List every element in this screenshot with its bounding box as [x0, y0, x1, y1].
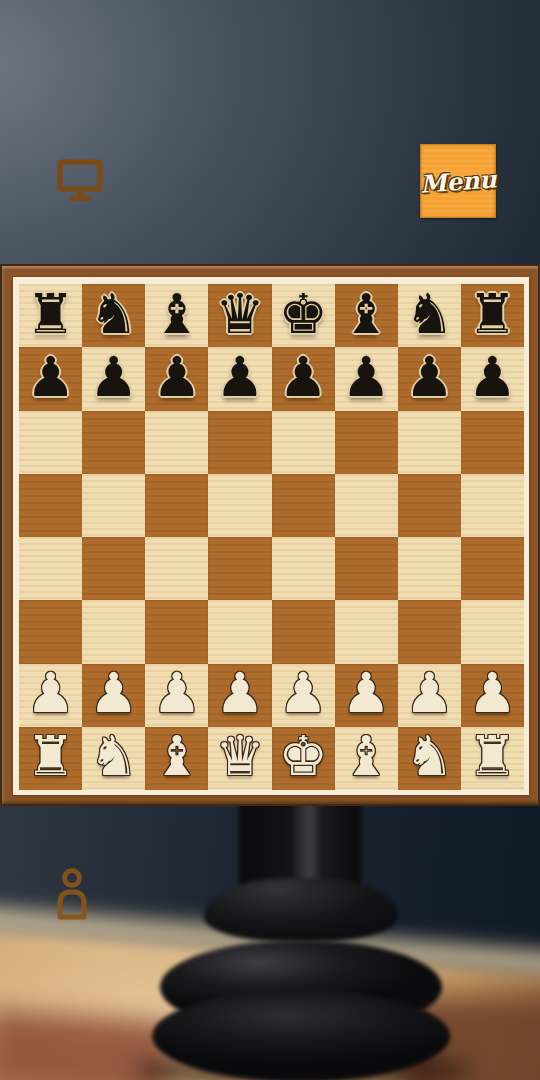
square-d5[interactable] [208, 474, 271, 537]
piece-white-king: ♚ [278, 729, 327, 787]
background-photo [0, 806, 540, 1080]
square-g8[interactable]: ♞ [398, 284, 461, 347]
background-chess-piece-collar [204, 878, 398, 942]
square-b3[interactable] [82, 600, 145, 663]
square-b5[interactable] [82, 474, 145, 537]
square-d1[interactable]: ♛ [208, 727, 271, 790]
square-f1[interactable]: ♝ [335, 727, 398, 790]
square-g3[interactable] [398, 600, 461, 663]
piece-white-pawn: ♟ [278, 666, 327, 724]
square-g7[interactable]: ♟ [398, 347, 461, 410]
piece-black-bishop: ♝ [152, 287, 201, 345]
square-e5[interactable] [272, 474, 335, 537]
square-e6[interactable] [272, 411, 335, 474]
square-h1[interactable]: ♜ [461, 727, 524, 790]
square-b4[interactable] [82, 537, 145, 600]
square-c6[interactable] [145, 411, 208, 474]
square-d7[interactable]: ♟ [208, 347, 271, 410]
piece-black-pawn: ♟ [152, 350, 201, 408]
piece-white-queen: ♛ [215, 729, 264, 787]
board-squares: ♜♞♝♛♚♝♞♜♟♟♟♟♟♟♟♟♟♟♟♟♟♟♟♟♜♞♝♛♚♝♞♜ [19, 284, 524, 790]
piece-black-knight: ♞ [405, 287, 454, 345]
square-h6[interactable] [461, 411, 524, 474]
square-d2[interactable]: ♟ [208, 664, 271, 727]
chess-board: ♜♞♝♛♚♝♞♜♟♟♟♟♟♟♟♟♟♟♟♟♟♟♟♟♜♞♝♛♚♝♞♜ [0, 264, 540, 806]
chess-app-screen: Menu ♜♞♝♛♚♝♞♜♟♟♟♟♟♟♟♟♟♟♟♟♟♟♟♟♜♞♝♛♚♝♞♜ [0, 0, 540, 1080]
square-b6[interactable] [82, 411, 145, 474]
piece-white-pawn: ♟ [215, 666, 264, 724]
square-c7[interactable]: ♟ [145, 347, 208, 410]
square-f8[interactable]: ♝ [335, 284, 398, 347]
piece-white-pawn: ♟ [405, 666, 454, 724]
square-f4[interactable] [335, 537, 398, 600]
piece-black-rook: ♜ [468, 287, 517, 345]
square-h7[interactable]: ♟ [461, 347, 524, 410]
square-a4[interactable] [19, 537, 82, 600]
square-a2[interactable]: ♟ [19, 664, 82, 727]
square-a5[interactable] [19, 474, 82, 537]
square-f5[interactable] [335, 474, 398, 537]
square-e4[interactable] [272, 537, 335, 600]
square-g1[interactable]: ♞ [398, 727, 461, 790]
piece-white-rook: ♜ [468, 729, 517, 787]
square-g5[interactable] [398, 474, 461, 537]
square-a3[interactable] [19, 600, 82, 663]
piece-white-bishop: ♝ [342, 729, 391, 787]
piece-black-pawn: ♟ [26, 350, 75, 408]
square-b7[interactable]: ♟ [82, 347, 145, 410]
square-c8[interactable]: ♝ [145, 284, 208, 347]
square-e7[interactable]: ♟ [272, 347, 335, 410]
piece-white-knight: ♞ [89, 729, 138, 787]
square-c5[interactable] [145, 474, 208, 537]
piece-black-pawn: ♟ [405, 350, 454, 408]
piece-black-bishop: ♝ [342, 287, 391, 345]
square-d6[interactable] [208, 411, 271, 474]
square-b8[interactable]: ♞ [82, 284, 145, 347]
square-c2[interactable]: ♟ [145, 664, 208, 727]
square-g4[interactable] [398, 537, 461, 600]
piece-black-pawn: ♟ [278, 350, 327, 408]
square-f2[interactable]: ♟ [335, 664, 398, 727]
piece-black-king: ♚ [278, 287, 327, 345]
menu-button-label: Menu [419, 164, 498, 198]
piece-black-pawn: ♟ [89, 350, 138, 408]
square-a7[interactable]: ♟ [19, 347, 82, 410]
piece-white-pawn: ♟ [468, 666, 517, 724]
piece-white-pawn: ♟ [89, 666, 138, 724]
player-pawn-icon[interactable] [55, 867, 89, 921]
square-d8[interactable]: ♛ [208, 284, 271, 347]
square-e1[interactable]: ♚ [272, 727, 335, 790]
square-a1[interactable]: ♜ [19, 727, 82, 790]
square-d3[interactable] [208, 600, 271, 663]
square-g6[interactable] [398, 411, 461, 474]
piece-white-bishop: ♝ [152, 729, 201, 787]
piece-white-pawn: ♟ [26, 666, 75, 724]
piece-white-pawn: ♟ [152, 666, 201, 724]
piece-black-knight: ♞ [89, 287, 138, 345]
square-h3[interactable] [461, 600, 524, 663]
piece-white-rook: ♜ [26, 729, 75, 787]
square-d4[interactable] [208, 537, 271, 600]
square-f3[interactable] [335, 600, 398, 663]
square-a8[interactable]: ♜ [19, 284, 82, 347]
square-f6[interactable] [335, 411, 398, 474]
square-c4[interactable] [145, 537, 208, 600]
piece-black-pawn: ♟ [215, 350, 264, 408]
square-h8[interactable]: ♜ [461, 284, 524, 347]
piece-black-queen: ♛ [215, 287, 264, 345]
menu-button[interactable]: Menu [420, 144, 496, 218]
square-b1[interactable]: ♞ [82, 727, 145, 790]
piece-black-pawn: ♟ [468, 350, 517, 408]
square-a6[interactable] [19, 411, 82, 474]
piece-black-rook: ♜ [26, 287, 75, 345]
display-icon[interactable] [56, 157, 104, 205]
square-e3[interactable] [272, 600, 335, 663]
piece-white-knight: ♞ [405, 729, 454, 787]
piece-white-pawn: ♟ [342, 666, 391, 724]
square-e8[interactable]: ♚ [272, 284, 335, 347]
square-g2[interactable]: ♟ [398, 664, 461, 727]
square-c1[interactable]: ♝ [145, 727, 208, 790]
square-h2[interactable]: ♟ [461, 664, 524, 727]
square-f7[interactable]: ♟ [335, 347, 398, 410]
square-h5[interactable] [461, 474, 524, 537]
piece-black-pawn: ♟ [342, 350, 391, 408]
square-h4[interactable] [461, 537, 524, 600]
square-c3[interactable] [145, 600, 208, 663]
square-e2[interactable]: ♟ [272, 664, 335, 727]
board-inner-border: ♜♞♝♛♚♝♞♜♟♟♟♟♟♟♟♟♟♟♟♟♟♟♟♟♜♞♝♛♚♝♞♜ [13, 277, 529, 795]
square-b2[interactable]: ♟ [82, 664, 145, 727]
background-chess-piece-base-lower [152, 990, 450, 1080]
